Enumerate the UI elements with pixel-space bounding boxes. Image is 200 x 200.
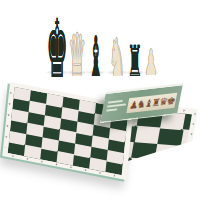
black-bishop-piece: ♝ [88, 29, 103, 85]
booklet-text-line [106, 108, 117, 111]
chess-set-product-photo: ♚ ♛ ♝ ♞ ♜ ♟ ♟♞♝♜♛♚ [0, 0, 200, 200]
booklet-pieces-band: ♟♞♝♜♛♚ [126, 93, 177, 113]
black-king-piece: ♚ [46, 9, 68, 90]
white-pawn-piece: ♟ [145, 45, 158, 81]
white-knight-piece: ♞ [109, 31, 125, 84]
booklet-piece-silhouettes: ♟♞♝♜♛♚ [126, 93, 177, 113]
booklet-text-line [107, 103, 126, 107]
white-queen-piece: ♛ [68, 27, 86, 87]
black-rook-piece: ♜ [127, 39, 142, 82]
